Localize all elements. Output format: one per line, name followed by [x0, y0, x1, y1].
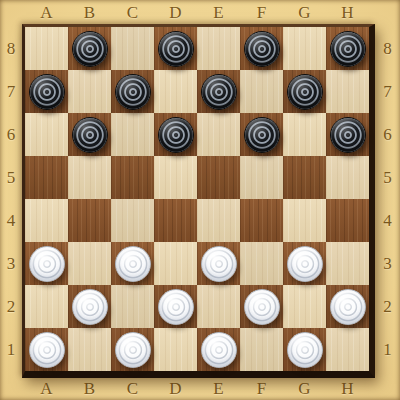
white-man-g1[interactable]: [287, 332, 323, 368]
square-d8[interactable]: [154, 27, 197, 70]
square-e8: [197, 27, 240, 70]
square-f7: [240, 70, 283, 113]
square-wood-tint: [283, 27, 326, 70]
square-a3[interactable]: [25, 242, 68, 285]
dark-man-c7[interactable]: [115, 74, 151, 110]
square-a7[interactable]: [25, 70, 68, 113]
square-g8: [283, 27, 326, 70]
dark-man-f6[interactable]: [244, 117, 280, 153]
square-d6[interactable]: [154, 113, 197, 156]
square-a6: [25, 113, 68, 156]
white-man-d2[interactable]: [158, 289, 194, 325]
square-wood-tint: [283, 199, 326, 242]
square-c2: [111, 285, 154, 328]
file-labels-bottom: ABCDEFGH: [25, 377, 369, 400]
dark-man-g7[interactable]: [287, 74, 323, 110]
square-wood-tint: [197, 285, 240, 328]
square-wood-tint: [25, 27, 68, 70]
square-c4: [111, 199, 154, 242]
square-b3: [68, 242, 111, 285]
square-c5[interactable]: [111, 156, 154, 199]
rank-label-8: 8: [375, 27, 400, 70]
square-f3: [240, 242, 283, 285]
square-h8[interactable]: [326, 27, 369, 70]
square-h2[interactable]: [326, 285, 369, 328]
square-b1: [68, 328, 111, 371]
square-h6[interactable]: [326, 113, 369, 156]
rank-labels-right: 87654321: [375, 27, 400, 371]
square-f1: [240, 328, 283, 371]
square-g6: [283, 113, 326, 156]
square-c8: [111, 27, 154, 70]
square-wood-tint: [68, 242, 111, 285]
square-e4: [197, 199, 240, 242]
square-wood-tint: [25, 199, 68, 242]
square-h3: [326, 242, 369, 285]
square-h7: [326, 70, 369, 113]
square-f5: [240, 156, 283, 199]
rank-label-3: 3: [0, 242, 22, 285]
file-label-e: E: [197, 377, 240, 400]
square-wood-tint: [154, 328, 197, 371]
white-man-f2[interactable]: [244, 289, 280, 325]
square-d4[interactable]: [154, 199, 197, 242]
square-wood-tint: [154, 199, 197, 242]
square-wood-tint: [283, 156, 326, 199]
square-wood-tint: [154, 242, 197, 285]
square-b2[interactable]: [68, 285, 111, 328]
square-wood-tint: [197, 199, 240, 242]
white-man-c1[interactable]: [115, 332, 151, 368]
dark-man-h6[interactable]: [330, 117, 366, 153]
file-label-h: H: [326, 0, 369, 24]
square-a1[interactable]: [25, 328, 68, 371]
rank-label-1: 1: [375, 328, 400, 371]
square-e2: [197, 285, 240, 328]
square-wood-tint: [25, 113, 68, 156]
square-b8[interactable]: [68, 27, 111, 70]
file-label-d: D: [154, 0, 197, 24]
square-wood-tint: [283, 285, 326, 328]
square-wood-tint: [68, 199, 111, 242]
file-label-a: A: [25, 377, 68, 400]
square-d1: [154, 328, 197, 371]
file-label-g: G: [283, 0, 326, 24]
square-f2[interactable]: [240, 285, 283, 328]
dark-man-h8[interactable]: [330, 31, 366, 67]
board-frame: ABCDEFGH ABCDEFGH 87654321 87654321: [0, 0, 400, 400]
file-label-f: F: [240, 0, 283, 24]
dark-man-d8[interactable]: [158, 31, 194, 67]
square-h1: [326, 328, 369, 371]
square-wood-tint: [326, 242, 369, 285]
square-wood-tint: [197, 27, 240, 70]
square-a8: [25, 27, 68, 70]
square-wood-tint: [111, 113, 154, 156]
rank-label-6: 6: [375, 113, 400, 156]
square-wood-tint: [154, 156, 197, 199]
square-g5[interactable]: [283, 156, 326, 199]
square-wood-tint: [197, 156, 240, 199]
square-wood-tint: [111, 156, 154, 199]
square-c1[interactable]: [111, 328, 154, 371]
square-wood-tint: [68, 328, 111, 371]
dark-man-b8[interactable]: [72, 31, 108, 67]
board: [22, 24, 375, 378]
square-e3[interactable]: [197, 242, 240, 285]
square-d2[interactable]: [154, 285, 197, 328]
square-d3: [154, 242, 197, 285]
dark-man-d6[interactable]: [158, 117, 194, 153]
square-g1[interactable]: [283, 328, 326, 371]
square-a5[interactable]: [25, 156, 68, 199]
square-wood-tint: [111, 285, 154, 328]
square-wood-tint: [111, 199, 154, 242]
rank-label-3: 3: [375, 242, 400, 285]
square-d5: [154, 156, 197, 199]
square-wood-tint: [326, 328, 369, 371]
square-wood-tint: [197, 113, 240, 156]
rank-label-4: 4: [375, 199, 400, 242]
square-wood-tint: [68, 70, 111, 113]
file-labels-top: ABCDEFGH: [25, 0, 369, 24]
square-g7[interactable]: [283, 70, 326, 113]
square-wood-tint: [240, 156, 283, 199]
dark-man-a7[interactable]: [29, 74, 65, 110]
file-label-c: C: [111, 0, 154, 24]
square-b4[interactable]: [68, 199, 111, 242]
square-wood-tint: [240, 242, 283, 285]
file-label-b: B: [68, 377, 111, 400]
white-man-c3[interactable]: [115, 246, 151, 282]
square-wood-tint: [326, 70, 369, 113]
square-g4: [283, 199, 326, 242]
square-f4[interactable]: [240, 199, 283, 242]
square-d7: [154, 70, 197, 113]
dark-man-b6[interactable]: [72, 117, 108, 153]
square-wood-tint: [240, 70, 283, 113]
file-label-e: E: [197, 0, 240, 24]
square-wood-tint: [240, 328, 283, 371]
rank-label-8: 8: [0, 27, 22, 70]
white-man-g3[interactable]: [287, 246, 323, 282]
square-c3[interactable]: [111, 242, 154, 285]
square-e7[interactable]: [197, 70, 240, 113]
rank-label-5: 5: [0, 156, 22, 199]
square-f6[interactable]: [240, 113, 283, 156]
rank-label-2: 2: [0, 285, 22, 328]
white-man-e1[interactable]: [201, 332, 237, 368]
square-wood-tint: [111, 27, 154, 70]
square-wood-tint: [326, 199, 369, 242]
square-h4[interactable]: [326, 199, 369, 242]
dark-man-e7[interactable]: [201, 74, 237, 110]
square-wood-tint: [25, 156, 68, 199]
white-man-a1[interactable]: [29, 332, 65, 368]
rank-label-4: 4: [0, 199, 22, 242]
white-man-b2[interactable]: [72, 289, 108, 325]
rank-label-7: 7: [0, 70, 22, 113]
rank-label-6: 6: [0, 113, 22, 156]
file-label-c: C: [111, 377, 154, 400]
square-wood-tint: [25, 285, 68, 328]
file-label-b: B: [68, 0, 111, 24]
square-wood-tint: [68, 156, 111, 199]
file-label-d: D: [154, 377, 197, 400]
rank-label-7: 7: [375, 70, 400, 113]
dark-man-f8[interactable]: [244, 31, 280, 67]
white-man-a3[interactable]: [29, 246, 65, 282]
square-a4: [25, 199, 68, 242]
square-a2: [25, 285, 68, 328]
square-e1[interactable]: [197, 328, 240, 371]
square-g2: [283, 285, 326, 328]
white-man-e3[interactable]: [201, 246, 237, 282]
square-b7: [68, 70, 111, 113]
file-label-f: F: [240, 377, 283, 400]
square-wood-tint: [326, 156, 369, 199]
square-h5: [326, 156, 369, 199]
square-g3[interactable]: [283, 242, 326, 285]
square-e6: [197, 113, 240, 156]
file-label-g: G: [283, 377, 326, 400]
file-label-a: A: [25, 0, 68, 24]
rank-label-2: 2: [375, 285, 400, 328]
square-wood-tint: [240, 199, 283, 242]
rank-labels-left: 87654321: [0, 27, 22, 371]
rank-label-1: 1: [0, 328, 22, 371]
square-wood-tint: [154, 70, 197, 113]
rank-label-5: 5: [375, 156, 400, 199]
square-b6[interactable]: [68, 113, 111, 156]
square-c7[interactable]: [111, 70, 154, 113]
file-label-h: H: [326, 377, 369, 400]
square-wood-tint: [283, 113, 326, 156]
square-e5[interactable]: [197, 156, 240, 199]
square-f8[interactable]: [240, 27, 283, 70]
square-c6: [111, 113, 154, 156]
white-man-h2[interactable]: [330, 289, 366, 325]
square-b5: [68, 156, 111, 199]
